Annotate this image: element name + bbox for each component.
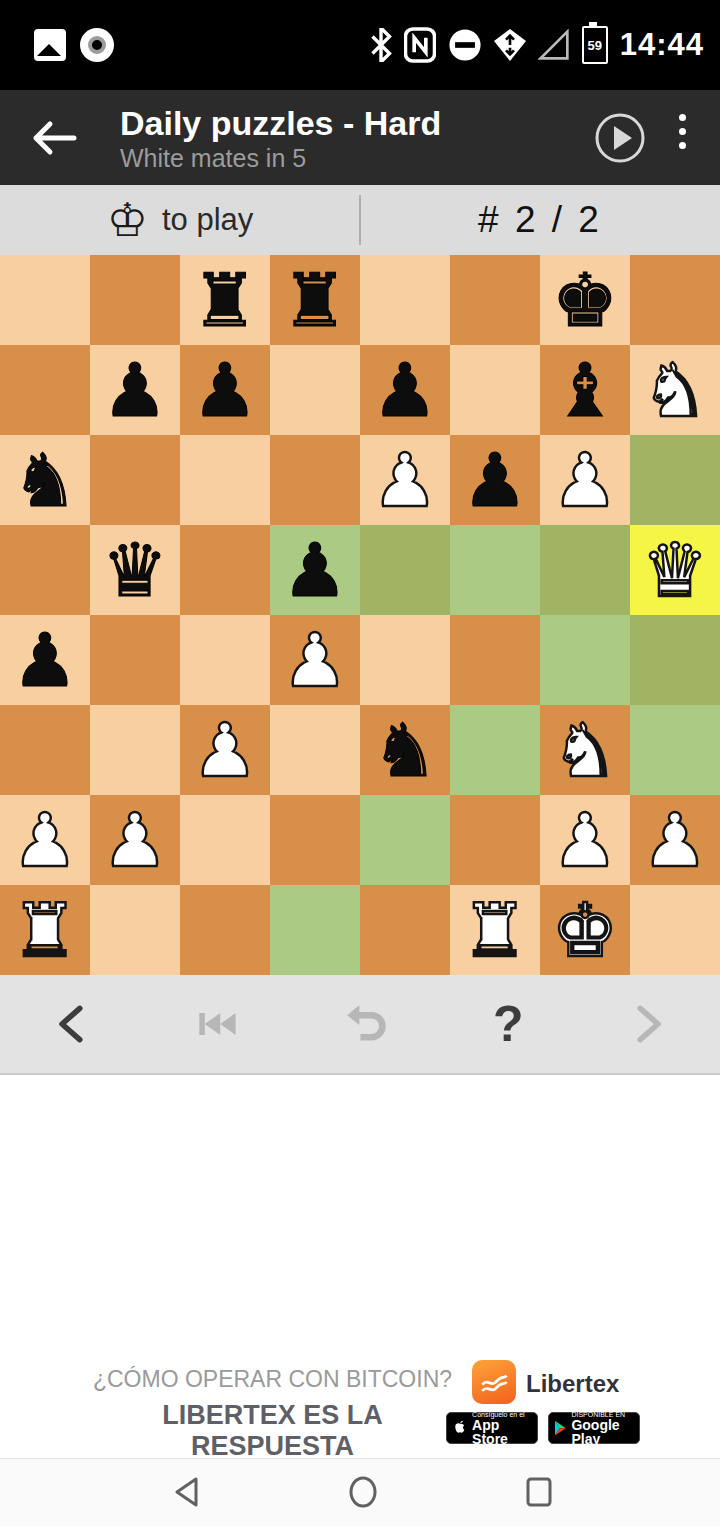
square-a8[interactable] <box>0 255 90 345</box>
black-pawn: ♟ <box>462 435 528 525</box>
content-area: ¿CÓMO OPERAR CON BITCOIN? LIBERTEX ES LA… <box>0 1075 720 1458</box>
square-e3[interactable]: ♞ <box>360 705 450 795</box>
square-g3[interactable]: ♞ <box>540 705 630 795</box>
signal-icon <box>538 29 570 61</box>
square-d2[interactable] <box>270 795 360 885</box>
square-g5[interactable] <box>540 525 630 615</box>
battery-percent: 59 <box>587 38 601 53</box>
square-f1[interactable]: ♜ <box>450 885 540 975</box>
square-g4[interactable] <box>540 615 630 705</box>
square-h4[interactable] <box>630 615 720 705</box>
battery-icon: 59 <box>582 26 608 64</box>
chess-board: ♜♜♚♟♟♟♝♞♞♟♟♟♛♟♛♟♟♟♞♞♟♟♟♟♜♜♚ <box>0 255 720 975</box>
nfc-icon <box>404 27 436 63</box>
square-c7[interactable]: ♟ <box>180 345 270 435</box>
overflow-menu-button[interactable] <box>672 114 692 149</box>
square-b8[interactable] <box>90 255 180 345</box>
square-a2[interactable]: ♟ <box>0 795 90 885</box>
gplay-label: Google Play <box>571 1418 633 1446</box>
square-h3[interactable] <box>630 705 720 795</box>
square-h6[interactable] <box>630 435 720 525</box>
puzzle-goal: White mates in 5 <box>120 143 441 173</box>
black-pawn: ♟ <box>372 345 438 435</box>
ad-headline: ¿CÓMO OPERAR CON BITCOIN? <box>80 1366 465 1393</box>
square-d7[interactable] <box>270 345 360 435</box>
next-move-button[interactable] <box>628 1004 668 1044</box>
appstore-badge[interactable]: Consíguelo en el App Store <box>446 1412 538 1444</box>
black-pawn: ♟ <box>12 615 78 705</box>
square-e2[interactable] <box>360 795 450 885</box>
rewind-button[interactable] <box>196 1006 240 1042</box>
square-f7[interactable] <box>450 345 540 435</box>
app-bar: Daily puzzles - Hard White mates in 5 <box>0 90 720 185</box>
square-b2[interactable]: ♟ <box>90 795 180 885</box>
black-rook: ♜ <box>282 255 348 345</box>
square-h8[interactable] <box>630 255 720 345</box>
square-a5[interactable] <box>0 525 90 615</box>
puzzle-counter: # 2 / 2 <box>478 199 602 241</box>
black-bishop: ♝ <box>552 345 618 435</box>
square-c6[interactable] <box>180 435 270 525</box>
square-g7[interactable]: ♝ <box>540 345 630 435</box>
square-a3[interactable] <box>0 705 90 795</box>
ad-banner[interactable]: ¿CÓMO OPERAR CON BITCOIN? LIBERTEX ES LA… <box>80 1352 640 1458</box>
square-h7[interactable]: ♞ <box>630 345 720 435</box>
square-b1[interactable] <box>90 885 180 975</box>
black-knight: ♞ <box>12 435 78 525</box>
square-c8[interactable]: ♜ <box>180 255 270 345</box>
square-c4[interactable] <box>180 615 270 705</box>
square-g8[interactable]: ♚ <box>540 255 630 345</box>
square-c1[interactable] <box>180 885 270 975</box>
google-play-icon <box>555 1419 566 1438</box>
bluetooth-icon <box>370 28 392 62</box>
white-king: ♚ <box>552 885 618 975</box>
white-rook: ♜ <box>12 885 78 975</box>
square-d6[interactable] <box>270 435 360 525</box>
white-pawn: ♟ <box>282 615 348 705</box>
square-h1[interactable] <box>630 885 720 975</box>
square-e1[interactable] <box>360 885 450 975</box>
appstore-label: App Store <box>472 1418 531 1446</box>
status-bar: 59 14:44 <box>0 0 720 90</box>
square-h5[interactable]: ♛ <box>630 525 720 615</box>
googleplay-badge[interactable]: DISPONIBLE EN Google Play <box>548 1412 640 1444</box>
play-button[interactable] <box>594 112 646 164</box>
square-e6[interactable]: ♟ <box>360 435 450 525</box>
page-title: Daily puzzles - Hard <box>120 103 441 143</box>
white-rook: ♜ <box>462 885 528 975</box>
square-c3[interactable]: ♟ <box>180 705 270 795</box>
square-b5[interactable]: ♛ <box>90 525 180 615</box>
square-e5[interactable] <box>360 525 450 615</box>
android-back-button[interactable] <box>170 1474 206 1510</box>
black-king: ♚ <box>552 255 618 345</box>
square-a6[interactable]: ♞ <box>0 435 90 525</box>
square-d4[interactable]: ♟ <box>270 615 360 705</box>
puzzle-status-bar: ♔ to play # 2 / 2 <box>0 185 720 255</box>
square-g6[interactable]: ♟ <box>540 435 630 525</box>
square-e7[interactable]: ♟ <box>360 345 450 435</box>
square-f5[interactable] <box>450 525 540 615</box>
divider <box>359 195 361 245</box>
black-rook: ♜ <box>192 255 258 345</box>
square-g2[interactable]: ♟ <box>540 795 630 885</box>
square-c2[interactable] <box>180 795 270 885</box>
android-recents-button[interactable] <box>521 1474 557 1510</box>
black-knight: ♞ <box>372 705 438 795</box>
square-a7[interactable] <box>0 345 90 435</box>
square-a1[interactable]: ♜ <box>0 885 90 975</box>
black-queen: ♛ <box>102 525 168 615</box>
screen-record-icon <box>80 28 114 62</box>
square-b3[interactable] <box>90 705 180 795</box>
white-knight: ♞ <box>642 345 708 435</box>
undo-button[interactable] <box>345 1002 389 1046</box>
square-d8[interactable]: ♜ <box>270 255 360 345</box>
square-f3[interactable] <box>450 705 540 795</box>
square-b7[interactable]: ♟ <box>90 345 180 435</box>
data-saver-icon <box>494 28 526 62</box>
white-knight: ♞ <box>552 705 618 795</box>
libertex-logo-icon <box>472 1360 516 1404</box>
square-g1[interactable]: ♚ <box>540 885 630 975</box>
hint-button[interactable]: ? <box>493 995 524 1053</box>
do-not-disturb-icon <box>448 28 482 62</box>
to-play-label: to play <box>162 202 253 238</box>
square-f2[interactable] <box>450 795 540 885</box>
white-pawn: ♟ <box>372 435 438 525</box>
white-king-icon: ♔ <box>107 190 148 250</box>
apple-icon <box>453 1419 467 1438</box>
ad-brand-name: Libertex <box>526 1370 619 1398</box>
white-pawn: ♟ <box>192 705 258 795</box>
square-e4[interactable] <box>360 615 450 705</box>
square-a4[interactable]: ♟ <box>0 615 90 705</box>
white-pawn: ♟ <box>642 795 708 885</box>
square-f6[interactable]: ♟ <box>450 435 540 525</box>
square-e8[interactable] <box>360 255 450 345</box>
phone-screen: 59 14:44 Daily puzzles - Hard White mate… <box>0 0 720 1528</box>
black-pawn: ♟ <box>192 345 258 435</box>
white-pawn: ♟ <box>552 795 618 885</box>
square-h2[interactable]: ♟ <box>630 795 720 885</box>
back-arrow-icon[interactable] <box>28 116 80 160</box>
white-queen: ♛ <box>642 525 708 615</box>
android-home-button[interactable] <box>345 1474 381 1510</box>
clock: 14:44 <box>620 27 704 63</box>
black-pawn: ♟ <box>102 345 168 435</box>
square-f4[interactable] <box>450 615 540 705</box>
white-pawn: ♟ <box>12 795 78 885</box>
square-d1[interactable] <box>270 885 360 975</box>
ad-tagline: LIBERTEX ES LA RESPUESTA <box>80 1400 465 1462</box>
gallery-icon <box>34 29 66 61</box>
square-b6[interactable] <box>90 435 180 525</box>
white-pawn: ♟ <box>552 435 618 525</box>
previous-move-button[interactable] <box>52 1004 92 1044</box>
square-d3[interactable] <box>270 705 360 795</box>
white-pawn: ♟ <box>102 795 168 885</box>
square-c5[interactable] <box>180 525 270 615</box>
square-d5[interactable]: ♟ <box>270 525 360 615</box>
black-pawn: ♟ <box>282 525 348 615</box>
android-nav-bar <box>0 1458 720 1526</box>
square-b4[interactable] <box>90 615 180 705</box>
puzzle-nav-bar: ? <box>0 975 720 1075</box>
square-f8[interactable] <box>450 255 540 345</box>
